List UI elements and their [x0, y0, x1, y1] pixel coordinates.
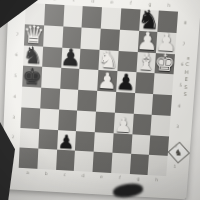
piece-black-pawn-c6[interactable]: ♟: [60, 46, 82, 70]
square-e3[interactable]: [95, 111, 115, 132]
square-b5[interactable]: [41, 67, 61, 89]
square-f4[interactable]: [115, 92, 135, 114]
square-a2[interactable]: [20, 128, 39, 149]
square-a3[interactable]: [20, 107, 40, 128]
square-h5[interactable]: [153, 73, 173, 95]
square-d1[interactable]: [74, 151, 94, 172]
square-d8[interactable]: [82, 6, 102, 28]
square-b2[interactable]: [38, 129, 58, 150]
square-h6[interactable]: ♚: [155, 53, 175, 75]
square-g4[interactable]: [133, 93, 153, 115]
piece-black-pawn-f5[interactable]: ♟: [115, 71, 136, 94]
coord-label: 5: [11, 65, 20, 86]
square-b6[interactable]: [42, 46, 62, 68]
square-b1[interactable]: [37, 149, 56, 170]
coord-label: 3: [173, 116, 182, 137]
square-b3[interactable]: [39, 108, 59, 129]
square-g1[interactable]: [129, 154, 149, 175]
square-c8[interactable]: [63, 5, 83, 27]
square-c1[interactable]: [56, 150, 76, 171]
coord-label: c: [55, 172, 74, 178]
square-e2[interactable]: [94, 132, 114, 153]
square-g2[interactable]: [131, 134, 151, 155]
square-d5[interactable]: [78, 69, 98, 91]
piece-white-king-h6[interactable]: ♚: [154, 51, 176, 75]
coord-label: b: [45, 0, 64, 2]
square-b4[interactable]: [40, 88, 60, 110]
square-c4[interactable]: [59, 89, 79, 111]
square-b7[interactable]: [43, 25, 63, 47]
square-h2[interactable]: [149, 135, 169, 156]
square-a5[interactable]: ♚: [22, 66, 42, 88]
square-c5[interactable]: [60, 68, 80, 90]
coord-label: 8: [181, 12, 191, 34]
square-h4[interactable]: [152, 94, 172, 116]
board-grid: ♞♛♟♟♞♟♞♝♚♚♟♟♟♟: [19, 3, 178, 176]
square-g5[interactable]: [135, 72, 155, 94]
square-h3[interactable]: [151, 115, 171, 136]
piece-black-king-a5[interactable]: ♚: [22, 66, 43, 89]
coord-label: 4: [10, 86, 19, 107]
coord-label: 6: [12, 44, 21, 65]
square-g3[interactable]: [132, 114, 152, 135]
coord-label: h: [159, 2, 178, 8]
piece-black-pawn-c2[interactable]: ♟: [57, 132, 75, 151]
square-d2[interactable]: [75, 131, 95, 152]
coord-label: 4: [175, 95, 184, 116]
square-e1[interactable]: [93, 152, 113, 173]
square-e4[interactable]: [96, 91, 116, 113]
square-f5[interactable]: ♟: [116, 71, 136, 93]
photo-scene: abcdefgh abcdefgh 87654321 87654321 ♞♛♟♟…: [0, 0, 200, 200]
coord-label: h: [147, 177, 166, 183]
square-c2[interactable]: ♟: [57, 130, 77, 151]
coord-label: g: [129, 176, 148, 182]
square-b8[interactable]: [44, 4, 64, 26]
square-c3[interactable]: [58, 109, 78, 130]
piece-white-pawn-f3[interactable]: ♟: [114, 114, 133, 135]
chess-board: abcdefgh abcdefgh 87654321 87654321 ♞♛♟♟…: [1, 0, 200, 199]
square-e5[interactable]: ♟: [97, 70, 117, 92]
square-a4[interactable]: [21, 87, 41, 109]
coord-label: d: [83, 0, 102, 4]
coord-label: f: [111, 175, 130, 181]
coord-label: b: [37, 171, 56, 177]
coord-label: e: [102, 0, 121, 5]
coord-label: a: [18, 170, 37, 176]
square-f3[interactable]: ♟: [113, 112, 133, 133]
coord-label: e: [92, 174, 111, 180]
square-h1[interactable]: [148, 155, 168, 176]
coord-label: 7: [13, 23, 22, 45]
coord-label: c: [64, 0, 83, 3]
square-e8[interactable]: [101, 7, 121, 29]
square-a1[interactable]: [19, 148, 38, 169]
square-d3[interactable]: [76, 110, 96, 131]
coord-label: d: [74, 173, 93, 179]
coord-label: 7: [179, 33, 189, 54]
square-f1[interactable]: [111, 153, 131, 174]
square-c6[interactable]: ♟: [61, 47, 81, 69]
square-d4[interactable]: [77, 90, 97, 112]
square-d7[interactable]: [81, 27, 101, 49]
coord-label: 3: [10, 107, 19, 128]
